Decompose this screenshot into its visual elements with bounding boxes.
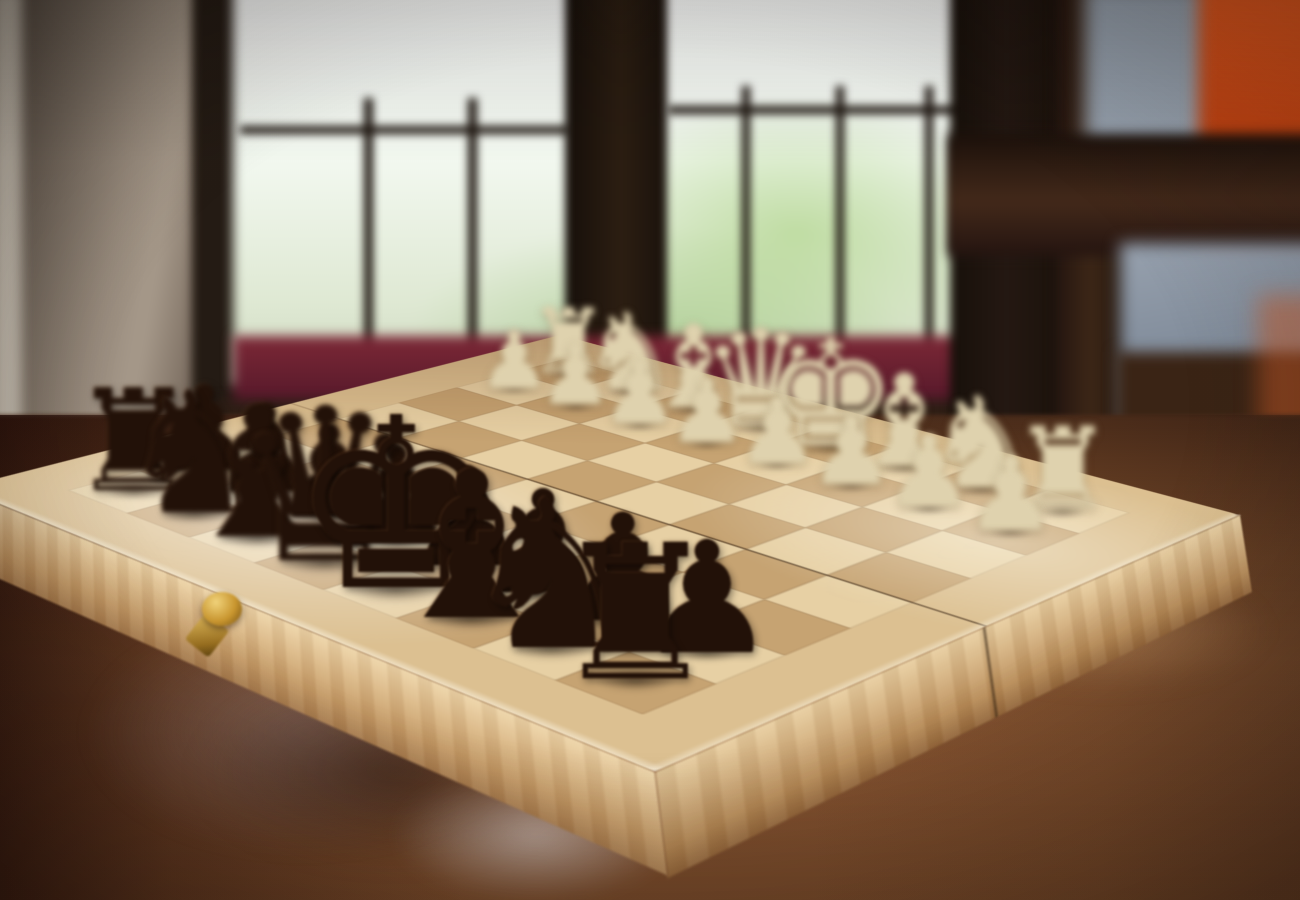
piece-white-pawn-d2: ♟	[667, 368, 746, 457]
photo-scene: ♜♞♝♛♚♝♞♜♟♟♟♟♟♟♟♟♟♟♟♟♟♟♟♟♜♞♝♛♚♝♞♜	[0, 0, 1300, 900]
chess-pieces: ♜♞♝♛♚♝♞♜♟♟♟♟♟♟♟♟♟♟♟♟♟♟♟♟♜♞♝♛♚♝♞♜	[0, 0, 1300, 900]
piece-white-pawn-h2: ♟	[965, 444, 1057, 546]
piece-white-pawn-g2: ♟	[885, 424, 973, 523]
piece-black-rook-h8: ♜	[552, 522, 719, 709]
piece-white-pawn-f2: ♟	[809, 404, 894, 499]
piece-white-pawn-e2: ♟	[736, 386, 818, 478]
